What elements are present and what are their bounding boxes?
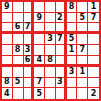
sudoku-cell-r8c1[interactable]: 8 — [2, 78, 13, 89]
sudoku-cell-r8c3[interactable] — [24, 78, 35, 89]
sudoku-cell-r3c6[interactable] — [56, 23, 67, 34]
sudoku-cell-r1c7[interactable]: 8 — [67, 2, 78, 13]
sudoku-cell-r2c8[interactable]: 5 — [77, 13, 88, 24]
sudoku-cell-r7c7[interactable]: 3 — [67, 67, 78, 78]
sudoku-cell-r4c5[interactable]: 3 — [45, 34, 56, 45]
sudoku-cell-r3c9[interactable] — [88, 23, 99, 34]
sudoku-cell-r9c1[interactable]: 4 — [2, 88, 13, 99]
sudoku-cell-r4c2[interactable] — [13, 34, 24, 45]
sudoku-cell-r8c6[interactable]: 3 — [56, 78, 67, 89]
sudoku-cell-r7c6[interactable] — [56, 67, 67, 78]
sudoku-cell-r3c2[interactable]: 6 — [13, 23, 24, 34]
sudoku-cell-r6c1[interactable] — [2, 56, 13, 67]
sudoku-cell-r4c1[interactable] — [2, 34, 13, 45]
sudoku-cell-r6c3[interactable]: 6 — [24, 56, 35, 67]
sudoku-cell-r3c3[interactable]: 7 — [24, 23, 35, 34]
sudoku-cell-r8c7[interactable] — [67, 78, 78, 89]
sudoku-cell-r4c4[interactable] — [34, 34, 45, 45]
sudoku-cell-r9c8[interactable] — [77, 88, 88, 99]
sudoku-cell-r4c9[interactable] — [88, 34, 99, 45]
sudoku-cell-r7c8[interactable]: 1 — [77, 67, 88, 78]
sudoku-cell-r7c2[interactable] — [13, 67, 24, 78]
sudoku-cell-r2c4[interactable]: 9 — [34, 13, 45, 24]
sudoku-cell-r1c9[interactable]: 1 — [88, 2, 99, 13]
sudoku-cell-r9c6[interactable] — [56, 88, 67, 99]
sudoku-cell-r4c7[interactable]: 5 — [67, 34, 78, 45]
sudoku-cell-r1c8[interactable] — [77, 2, 88, 13]
sudoku-cell-r9c5[interactable] — [45, 88, 56, 99]
sudoku-cell-r4c8[interactable] — [77, 34, 88, 45]
sudoku-cell-r6c6[interactable] — [56, 56, 67, 67]
sudoku-cell-r4c3[interactable] — [24, 34, 35, 45]
sudoku-cell-r9c4[interactable]: 5 — [34, 88, 45, 99]
sudoku-cell-r2c9[interactable]: 7 — [88, 13, 99, 24]
sudoku-cell-r8c5[interactable] — [45, 78, 56, 89]
sudoku-cell-r1c3[interactable] — [24, 2, 35, 13]
sudoku-cell-r1c4[interactable] — [34, 2, 45, 13]
sudoku-cell-r7c5[interactable] — [45, 67, 56, 78]
sudoku-cell-r3c5[interactable] — [45, 23, 56, 34]
sudoku-cell-r1c6[interactable] — [56, 2, 67, 13]
sudoku-cell-r1c5[interactable] — [45, 2, 56, 13]
sudoku-cell-r3c4[interactable] — [34, 23, 45, 34]
sudoku-cell-r8c8[interactable] — [77, 78, 88, 89]
sudoku-cell-r4c6[interactable]: 7 — [56, 34, 67, 45]
sudoku-cell-r5c1[interactable] — [2, 45, 13, 56]
sudoku-cell-r7c9[interactable] — [88, 67, 99, 78]
sudoku-board: 9819257673758317648318573452 — [0, 0, 101, 101]
sudoku-cell-r6c5[interactable]: 8 — [45, 56, 56, 67]
sudoku-cell-r1c1[interactable]: 9 — [2, 2, 13, 13]
sudoku-cell-r5c6[interactable] — [56, 45, 67, 56]
sudoku-cell-r6c2[interactable] — [13, 56, 24, 67]
sudoku-cell-r9c3[interactable] — [24, 88, 35, 99]
sudoku-cell-r6c9[interactable] — [88, 56, 99, 67]
sudoku-cell-r2c6[interactable]: 2 — [56, 13, 67, 24]
sudoku-cell-r8c2[interactable]: 5 — [13, 78, 24, 89]
sudoku-cell-r9c9[interactable]: 2 — [88, 88, 99, 99]
sudoku-cell-r8c9[interactable] — [88, 78, 99, 89]
sudoku-cell-r5c8[interactable]: 7 — [77, 45, 88, 56]
sudoku-cell-r3c1[interactable] — [2, 23, 13, 34]
sudoku-cell-r9c7[interactable] — [67, 88, 78, 99]
sudoku-cell-r7c1[interactable] — [2, 67, 13, 78]
sudoku-cell-r2c5[interactable] — [45, 13, 56, 24]
sudoku-cell-r8c4[interactable]: 7 — [34, 78, 45, 89]
sudoku-cell-r1c2[interactable] — [13, 2, 24, 13]
sudoku-cell-r7c3[interactable] — [24, 67, 35, 78]
sudoku-cell-r6c4[interactable]: 4 — [34, 56, 45, 67]
sudoku-cell-r5c2[interactable]: 8 — [13, 45, 24, 56]
sudoku-cell-r7c4[interactable] — [34, 67, 45, 78]
sudoku-cell-r3c8[interactable] — [77, 23, 88, 34]
sudoku-cell-r5c7[interactable]: 1 — [67, 45, 78, 56]
sudoku-cell-r2c7[interactable] — [67, 13, 78, 24]
sudoku-cell-r6c7[interactable] — [67, 56, 78, 67]
sudoku-cell-r6c8[interactable] — [77, 56, 88, 67]
sudoku-cell-r5c9[interactable] — [88, 45, 99, 56]
sudoku-cell-r3c7[interactable] — [67, 23, 78, 34]
sudoku-cell-r2c1[interactable] — [2, 13, 13, 24]
sudoku-cell-r9c2[interactable] — [13, 88, 24, 99]
